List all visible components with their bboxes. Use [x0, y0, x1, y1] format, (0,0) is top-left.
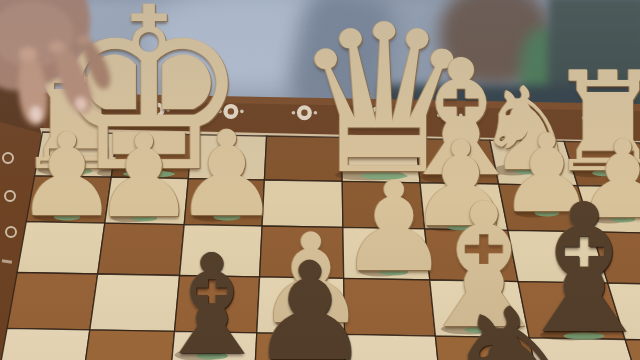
player-hand: [0, 0, 200, 200]
knuckle-1: [19, 47, 37, 61]
black-knight-c6: ♞: [429, 283, 604, 360]
knuckle-2: [49, 41, 65, 53]
knuckle-3: [77, 35, 91, 45]
chess-photo-still: ♜♞♜♚♛♝♟♟♟♟♟♟♟♟♝♝♝♟♞: [0, 0, 640, 360]
black-pawn-e5: ♟: [249, 244, 371, 360]
